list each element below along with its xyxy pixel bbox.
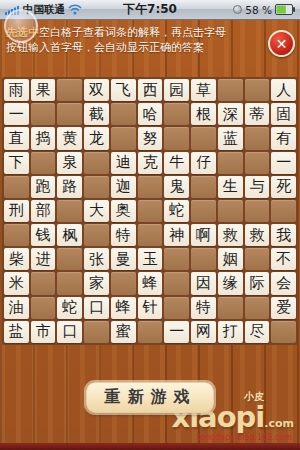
cell-r7c2[interactable]: 钱 [31,224,56,246]
cell-r9c3[interactable] [57,272,82,294]
cell-r9c7[interactable] [164,272,189,294]
cell-r11c2[interactable]: 市 [31,321,56,343]
cell-r4c7[interactable]: 牛 [164,152,189,174]
cell-r11c4[interactable] [84,321,109,343]
cell-r5c11[interactable]: 死 [271,176,296,198]
cell-r10c2[interactable] [31,297,56,319]
cell-r6c11[interactable] [271,200,296,222]
cell-r1c7[interactable]: 园 [164,79,189,101]
cell-r4c1[interactable]: 下 [4,152,29,174]
cell-r5c3[interactable]: 路 [57,176,82,198]
cell-r3c7[interactable] [164,127,189,149]
cell-r3c5[interactable] [111,127,136,149]
cell-r3c9[interactable]: 蓝 [218,127,243,149]
cell-r4c6[interactable]: 克 [138,152,163,174]
cell-r8c10[interactable] [245,248,270,270]
cell-r5c6[interactable] [138,176,163,198]
cell-r10c10[interactable] [245,297,270,319]
cell-r2c4[interactable]: 截 [84,103,109,125]
cell-r10c4[interactable]: 口 [84,297,109,319]
cell-r3c6[interactable]: 努 [138,127,163,149]
cell-r3c8[interactable] [191,127,216,149]
cell-r7c11[interactable]: 我 [271,224,296,246]
instructions-line-1: 先选中空白格子查看词条的解释，再点击字母 [6,25,264,40]
app-screen: 中国联通 下午7:50 58 % 先选中空白格子查看词条的解释，再点击字母 按钮… [0,0,300,450]
cell-r10c11[interactable]: 爱 [271,297,296,319]
instructions-line-2: 按钮输入首字母，会自动显示正确的答案 [6,40,264,55]
cell-r1c5[interactable]: 飞 [111,79,136,101]
battery-percent-label: 58 % [245,4,272,16]
cell-r8c5[interactable]: 曼 [111,248,136,270]
cell-r9c2[interactable] [31,272,56,294]
cell-r7c6[interactable] [138,224,163,246]
watermark-url: tongdapc.blog.163.com [197,433,292,442]
cell-r7c5[interactable]: 特 [111,224,136,246]
cell-r2c3[interactable] [57,103,82,125]
close-icon: ✕ [276,36,288,52]
cell-r11c9[interactable]: 打 [218,321,243,343]
cell-r9c9[interactable]: 缘 [218,272,243,294]
cell-r11c1[interactable]: 盐 [4,321,29,343]
cell-r8c7[interactable] [164,248,189,270]
instructions-line1-text: 空白格子查看词条的解释，再点击字母 [39,26,226,39]
instructions-banner: 先选中空白格子查看词条的解释，再点击字母 按钮输入首字母，会自动显示正确的答案 [0,23,300,55]
cell-r3c4[interactable]: 龙 [84,127,109,149]
cell-r4c8[interactable]: 仔 [191,152,216,174]
cell-r3c10[interactable] [245,127,270,149]
cell-r1c2[interactable]: 果 [31,79,56,101]
cell-r2c5[interactable] [111,103,136,125]
cell-r4c11[interactable]: 一 [271,152,296,174]
cell-r1c9[interactable] [218,79,243,101]
battery-icon [275,4,295,15]
cell-r6c5[interactable]: 奥 [111,200,136,222]
cell-r6c6[interactable] [138,200,163,222]
assistive-touch-overlay[interactable] [4,9,38,43]
cell-r10c8[interactable]: 特 [191,297,216,319]
cell-r10c9[interactable] [218,297,243,319]
cell-r11c5[interactable]: 蜜 [111,321,136,343]
cell-r1c4[interactable]: 双 [84,79,109,101]
cell-r4c4[interactable] [84,152,109,174]
cell-r3c3[interactable]: 黄 [57,127,82,149]
cell-r1c1[interactable]: 雨 [4,79,29,101]
cell-r7c1[interactable] [4,224,29,246]
cell-r4c2[interactable] [31,152,56,174]
cell-r9c11[interactable]: 会 [271,272,296,294]
cell-r11c7[interactable]: 一 [164,321,189,343]
restart-button[interactable]: 重新游戏 [86,382,214,413]
cell-r2c11[interactable]: 固 [271,103,296,125]
cell-r3c11[interactable]: 有 [271,127,296,149]
cell-r2c6[interactable]: 哈 [138,103,163,125]
cell-r5c2[interactable]: 跑 [31,176,56,198]
cell-r2c10[interactable]: 蒂 [245,103,270,125]
cell-r1c8[interactable]: 草 [191,79,216,101]
cell-r7c4[interactable] [84,224,109,246]
cell-r11c10[interactable]: 尽 [245,321,270,343]
cell-r9c10[interactable]: 际 [245,272,270,294]
cell-r9c6[interactable]: 蜂 [138,272,163,294]
status-dot-icon [233,5,242,14]
cell-r2c7[interactable] [164,103,189,125]
cell-r7c8[interactable]: 啊 [191,224,216,246]
cell-r11c6[interactable] [138,321,163,343]
cell-r8c3[interactable] [57,248,82,270]
cell-r10c7[interactable] [164,297,189,319]
cell-r2c2[interactable] [31,103,56,125]
cell-r6c8[interactable] [191,200,216,222]
cell-r6c10[interactable] [245,200,270,222]
cell-r9c1[interactable]: 米 [4,272,29,294]
cell-r8c2[interactable]: 进 [31,248,56,270]
cell-r8c1[interactable]: 柴 [4,248,29,270]
cell-r6c9[interactable] [218,200,243,222]
cell-r5c10[interactable]: 与 [245,176,270,198]
cell-r4c10[interactable] [245,152,270,174]
cell-r7c9[interactable]: 救 [218,224,243,246]
cell-r4c5[interactable]: 迪 [111,152,136,174]
cell-r5c1[interactable] [4,176,29,198]
cell-r7c10[interactable]: 救 [245,224,270,246]
cell-r8c8[interactable] [191,248,216,270]
cell-r4c3[interactable]: 泉 [57,152,82,174]
cell-r11c3[interactable]: 口 [57,321,82,343]
cell-r4c9[interactable] [218,152,243,174]
cell-r9c5[interactable] [111,272,136,294]
cell-r5c4[interactable] [84,176,109,198]
cell-r6c7[interactable]: 蛇 [164,200,189,222]
bottom-strip [0,443,300,450]
cell-r5c7[interactable]: 鬼 [164,176,189,198]
cell-r6c1[interactable]: 刑 [4,200,29,222]
cell-r1c6[interactable]: 西 [138,79,163,101]
cell-r3c2[interactable]: 捣 [31,127,56,149]
cell-r1c11[interactable]: 人 [271,79,296,101]
cell-r2c9[interactable]: 深 [218,103,243,125]
cell-r1c3[interactable] [57,79,82,101]
cell-r9c4[interactable]: 家 [84,272,109,294]
cell-r10c5[interactable]: 蜂 [111,297,136,319]
cell-r11c8[interactable]: 网 [191,321,216,343]
cell-r7c7[interactable]: 神 [164,224,189,246]
cell-r3c1[interactable]: 直 [4,127,29,149]
cell-r2c1[interactable]: 一 [4,103,29,125]
cell-r2c8[interactable]: 根 [191,103,216,125]
cell-r8c11[interactable]: 不 [271,248,296,270]
cell-r8c4[interactable]: 张 [84,248,109,270]
cell-r5c9[interactable]: 生 [218,176,243,198]
status-bar: 中国联通 下午7:50 58 % [0,0,300,20]
wifi-icon [68,4,82,15]
crossword-board: 雨果双飞西园草人一截哈根深蒂固直捣黄龙努蓝有下泉迪克牛仔一跑路迦鬼生与死刑部大奥… [2,77,298,345]
cell-r8c6[interactable]: 玉 [138,248,163,270]
cell-r7c3[interactable]: 枫 [57,224,82,246]
watermark-logo-suffix: .com [264,417,294,430]
cell-r10c6[interactable]: 针 [138,297,163,319]
cell-r10c3[interactable]: 蛇 [57,297,82,319]
cell-r10c1[interactable]: 油 [4,297,29,319]
cell-r6c4[interactable]: 大 [84,200,109,222]
cell-r9c8[interactable]: 因 [191,272,216,294]
cell-r8c9[interactable]: 姻 [218,248,243,270]
cell-r5c8[interactable] [191,176,216,198]
close-button[interactable]: ✕ [268,30,295,57]
cell-r5c5[interactable]: 迦 [111,176,136,198]
cell-r1c10[interactable] [245,79,270,101]
cell-r6c3[interactable] [57,200,82,222]
cell-r11c11[interactable] [271,321,296,343]
cell-r6c2[interactable]: 部 [31,200,56,222]
